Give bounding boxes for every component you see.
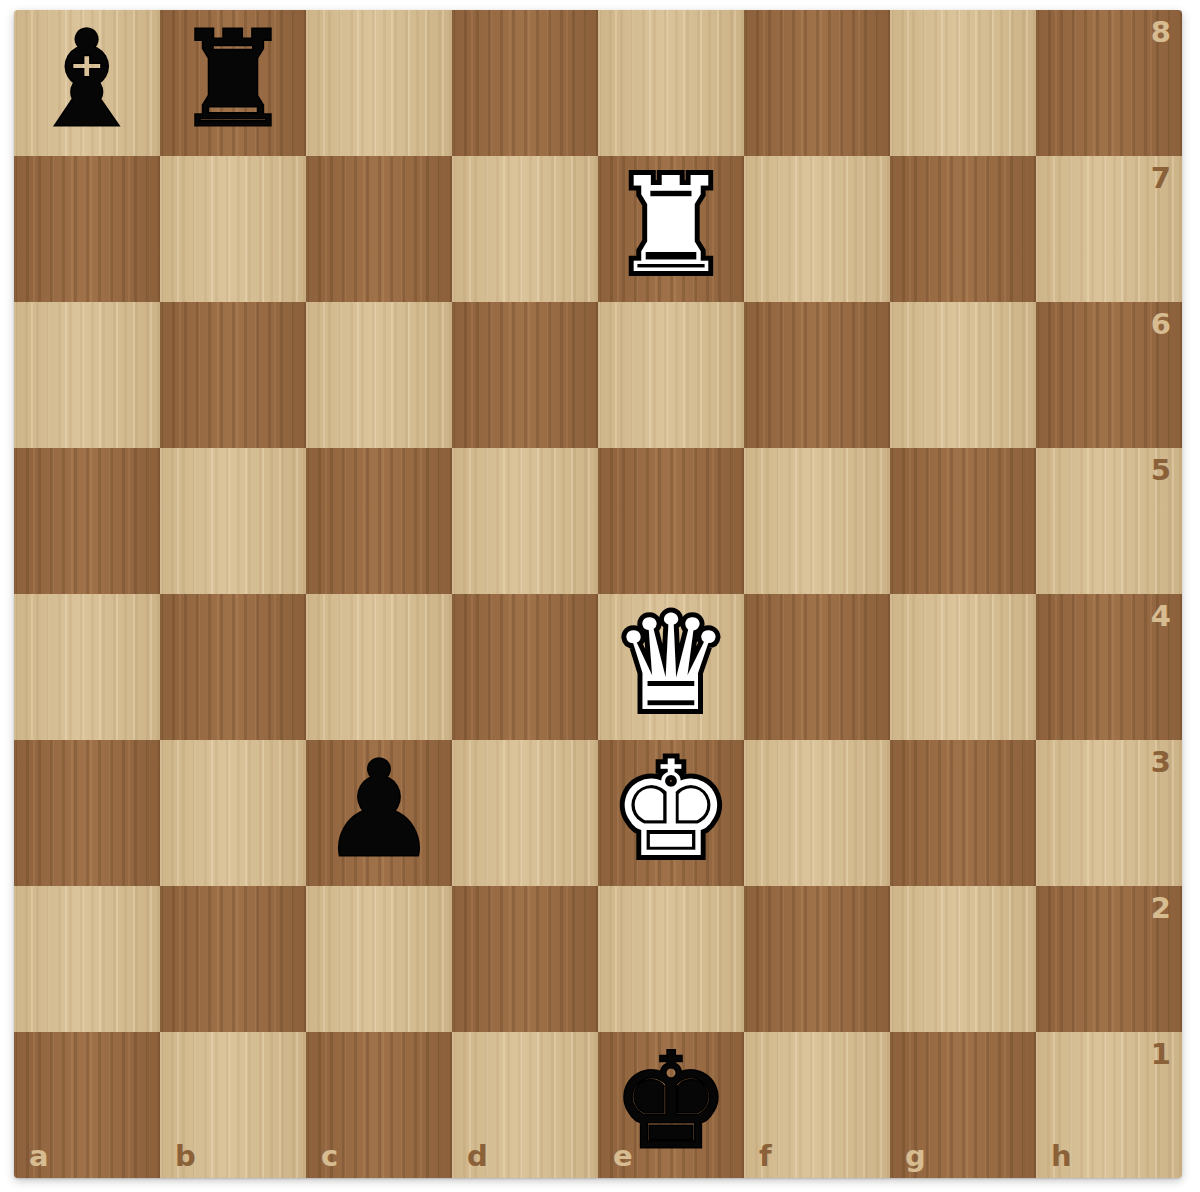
square-f4[interactable]	[744, 594, 890, 740]
square-b2[interactable]	[160, 886, 306, 1032]
square-g3[interactable]	[890, 740, 1036, 886]
square-b6[interactable]	[160, 302, 306, 448]
square-e8[interactable]	[598, 10, 744, 156]
square-d6[interactable]	[452, 302, 598, 448]
square-b5[interactable]	[160, 448, 306, 594]
square-e2[interactable]	[598, 886, 744, 1032]
square-b3[interactable]	[160, 740, 306, 886]
square-g1[interactable]: g	[890, 1032, 1036, 1178]
square-g5[interactable]	[890, 448, 1036, 594]
rank-label-6: 6	[1151, 307, 1171, 341]
square-d7[interactable]	[452, 156, 598, 302]
square-h8[interactable]: 8	[1036, 10, 1182, 156]
square-a7[interactable]	[14, 156, 160, 302]
square-a4[interactable]	[14, 594, 160, 740]
square-h4[interactable]: 4	[1036, 594, 1182, 740]
square-a6[interactable]	[14, 302, 160, 448]
white-rook[interactable]: ♜	[612, 159, 730, 291]
file-label-g: g	[905, 1139, 926, 1173]
square-c3[interactable]: ♟	[306, 740, 452, 886]
file-label-b: b	[175, 1139, 196, 1173]
square-g2[interactable]	[890, 886, 1036, 1032]
square-f3[interactable]	[744, 740, 890, 886]
rank-label-8: 8	[1151, 15, 1171, 49]
square-c2[interactable]	[306, 886, 452, 1032]
square-e7[interactable]: ♜	[598, 156, 744, 302]
square-d1[interactable]: d	[452, 1032, 598, 1178]
square-d4[interactable]	[452, 594, 598, 740]
chess-board: ♝♜8♜765♛4♟♚32abcde♚fg1h	[14, 10, 1182, 1178]
white-king[interactable]: ♚	[612, 743, 730, 875]
square-f7[interactable]	[744, 156, 890, 302]
square-e4[interactable]: ♛	[598, 594, 744, 740]
square-c6[interactable]	[306, 302, 452, 448]
square-g7[interactable]	[890, 156, 1036, 302]
square-h6[interactable]: 6	[1036, 302, 1182, 448]
square-a2[interactable]	[14, 886, 160, 1032]
file-label-c: c	[321, 1139, 338, 1173]
rank-label-1: 1	[1151, 1037, 1171, 1071]
square-f1[interactable]: f	[744, 1032, 890, 1178]
file-label-f: f	[759, 1139, 772, 1173]
file-label-a: a	[29, 1139, 49, 1173]
square-d3[interactable]	[452, 740, 598, 886]
square-f6[interactable]	[744, 302, 890, 448]
square-e3[interactable]: ♚	[598, 740, 744, 886]
square-c1[interactable]: c	[306, 1032, 452, 1178]
square-c4[interactable]	[306, 594, 452, 740]
square-e1[interactable]: e♚	[598, 1032, 744, 1178]
square-c8[interactable]	[306, 10, 452, 156]
square-f5[interactable]	[744, 448, 890, 594]
white-queen[interactable]: ♛	[612, 597, 730, 729]
square-h5[interactable]: 5	[1036, 448, 1182, 594]
square-g8[interactable]	[890, 10, 1036, 156]
square-f8[interactable]	[744, 10, 890, 156]
black-pawn[interactable]: ♟	[320, 743, 438, 875]
black-bishop[interactable]: ♝	[28, 13, 146, 145]
square-a3[interactable]	[14, 740, 160, 886]
black-rook[interactable]: ♜	[174, 13, 292, 145]
black-king[interactable]: ♚	[612, 1035, 730, 1167]
square-d8[interactable]	[452, 10, 598, 156]
square-a5[interactable]	[14, 448, 160, 594]
square-f2[interactable]	[744, 886, 890, 1032]
square-g6[interactable]	[890, 302, 1036, 448]
square-h2[interactable]: 2	[1036, 886, 1182, 1032]
square-h3[interactable]: 3	[1036, 740, 1182, 886]
file-label-h: h	[1051, 1139, 1072, 1173]
square-h1[interactable]: 1h	[1036, 1032, 1182, 1178]
rank-label-7: 7	[1151, 161, 1171, 195]
square-b7[interactable]	[160, 156, 306, 302]
square-c5[interactable]	[306, 448, 452, 594]
square-h7[interactable]: 7	[1036, 156, 1182, 302]
square-a1[interactable]: a	[14, 1032, 160, 1178]
square-e6[interactable]	[598, 302, 744, 448]
rank-label-2: 2	[1151, 891, 1171, 925]
file-label-d: d	[467, 1139, 488, 1173]
rank-label-4: 4	[1151, 599, 1171, 633]
square-c7[interactable]	[306, 156, 452, 302]
rank-label-5: 5	[1151, 453, 1171, 487]
square-b8[interactable]: ♜	[160, 10, 306, 156]
square-g4[interactable]	[890, 594, 1036, 740]
square-a8[interactable]: ♝	[14, 10, 160, 156]
square-d2[interactable]	[452, 886, 598, 1032]
square-b4[interactable]	[160, 594, 306, 740]
rank-label-3: 3	[1151, 745, 1171, 779]
square-b1[interactable]: b	[160, 1032, 306, 1178]
square-e5[interactable]	[598, 448, 744, 594]
square-d5[interactable]	[452, 448, 598, 594]
